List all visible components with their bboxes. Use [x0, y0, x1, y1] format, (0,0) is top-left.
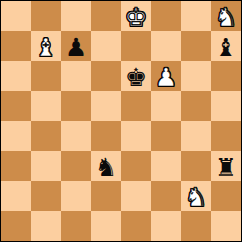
square-d8[interactable]: [91, 1, 121, 31]
square-e8[interactable]: ♚: [121, 1, 151, 31]
square-b6[interactable]: [31, 61, 61, 91]
square-g3[interactable]: [181, 151, 211, 181]
black-king[interactable]: ♚: [125, 65, 147, 90]
square-a4[interactable]: [1, 121, 31, 151]
square-h8[interactable]: ♞: [211, 1, 241, 31]
square-e1[interactable]: [121, 211, 151, 241]
square-g5[interactable]: [181, 91, 211, 121]
square-a7[interactable]: [1, 31, 31, 61]
square-g6[interactable]: [181, 61, 211, 91]
square-d1[interactable]: [91, 211, 121, 241]
black-bishop[interactable]: ♝: [215, 35, 237, 60]
square-h6[interactable]: [211, 61, 241, 91]
square-f8[interactable]: [151, 1, 181, 31]
square-b2[interactable]: [31, 181, 61, 211]
square-h5[interactable]: [211, 91, 241, 121]
square-f6[interactable]: ♟: [151, 61, 181, 91]
square-a3[interactable]: [1, 151, 31, 181]
black-knight[interactable]: ♞: [95, 155, 117, 180]
square-d5[interactable]: [91, 91, 121, 121]
black-pawn[interactable]: ♟: [65, 35, 87, 60]
square-d3[interactable]: ♞: [91, 151, 121, 181]
square-f3[interactable]: [151, 151, 181, 181]
square-f1[interactable]: [151, 211, 181, 241]
square-d7[interactable]: [91, 31, 121, 61]
square-b3[interactable]: [31, 151, 61, 181]
white-knight[interactable]: ♞: [185, 185, 207, 210]
square-c3[interactable]: [61, 151, 91, 181]
square-c5[interactable]: [61, 91, 91, 121]
white-pawn[interactable]: ♟: [155, 65, 177, 90]
square-a5[interactable]: [1, 91, 31, 121]
square-g8[interactable]: [181, 1, 211, 31]
square-g2[interactable]: ♞: [181, 181, 211, 211]
square-h4[interactable]: [211, 121, 241, 151]
square-h3[interactable]: ♜: [211, 151, 241, 181]
square-g7[interactable]: [181, 31, 211, 61]
white-king[interactable]: ♚: [125, 5, 147, 30]
square-f5[interactable]: [151, 91, 181, 121]
square-d2[interactable]: [91, 181, 121, 211]
square-b1[interactable]: [31, 211, 61, 241]
square-a2[interactable]: [1, 181, 31, 211]
square-e3[interactable]: [121, 151, 151, 181]
white-bishop[interactable]: ♝: [35, 35, 57, 60]
square-a8[interactable]: [1, 1, 31, 31]
square-e6[interactable]: ♚: [121, 61, 151, 91]
square-c4[interactable]: [61, 121, 91, 151]
square-d6[interactable]: [91, 61, 121, 91]
square-h2[interactable]: [211, 181, 241, 211]
square-h1[interactable]: [211, 211, 241, 241]
chess-board: ♚♞♝♟♝♚♟♞♜♞: [0, 0, 242, 242]
square-e7[interactable]: [121, 31, 151, 61]
square-c6[interactable]: [61, 61, 91, 91]
square-d4[interactable]: [91, 121, 121, 151]
square-a6[interactable]: [1, 61, 31, 91]
square-f7[interactable]: [151, 31, 181, 61]
square-b7[interactable]: ♝: [31, 31, 61, 61]
square-c2[interactable]: [61, 181, 91, 211]
square-b8[interactable]: [31, 1, 61, 31]
square-e2[interactable]: [121, 181, 151, 211]
square-e5[interactable]: [121, 91, 151, 121]
black-rook[interactable]: ♜: [215, 155, 237, 180]
square-f2[interactable]: [151, 181, 181, 211]
square-b4[interactable]: [31, 121, 61, 151]
square-c7[interactable]: ♟: [61, 31, 91, 61]
square-g4[interactable]: [181, 121, 211, 151]
white-knight[interactable]: ♞: [215, 5, 237, 30]
square-e4[interactable]: [121, 121, 151, 151]
square-c8[interactable]: [61, 1, 91, 31]
square-b5[interactable]: [31, 91, 61, 121]
square-h7[interactable]: ♝: [211, 31, 241, 61]
square-c1[interactable]: [61, 211, 91, 241]
square-f4[interactable]: [151, 121, 181, 151]
square-a1[interactable]: [1, 211, 31, 241]
square-g1[interactable]: [181, 211, 211, 241]
